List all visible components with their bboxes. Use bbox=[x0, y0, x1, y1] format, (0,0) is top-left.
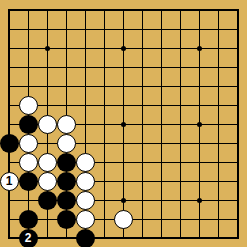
stone-black bbox=[0, 134, 19, 153]
grid-line-vertical bbox=[218, 9, 219, 239]
star-point bbox=[45, 46, 50, 51]
stone-white bbox=[76, 191, 95, 210]
stone-white bbox=[38, 172, 57, 191]
stone-black bbox=[19, 115, 38, 134]
stone-white bbox=[19, 134, 38, 153]
stone-move-number: 2 bbox=[25, 232, 32, 244]
grid-line-vertical bbox=[180, 9, 181, 239]
grid-line-vertical bbox=[237, 9, 239, 239]
grid-line-horizontal bbox=[8, 143, 239, 144]
stone-black bbox=[19, 210, 38, 229]
stone-white bbox=[38, 115, 57, 134]
stone-white bbox=[38, 153, 57, 172]
stone-white bbox=[19, 153, 38, 172]
stone-black bbox=[38, 191, 57, 210]
stone-black bbox=[19, 172, 38, 191]
stone-white bbox=[57, 115, 76, 134]
grid-line-vertical bbox=[142, 9, 143, 239]
star-point bbox=[121, 46, 126, 51]
star-point bbox=[197, 198, 202, 203]
star-point bbox=[197, 46, 202, 51]
stone-black bbox=[57, 210, 76, 229]
stone-black: 2 bbox=[19, 229, 38, 247]
stone-black bbox=[57, 191, 76, 210]
stone-white bbox=[76, 172, 95, 191]
stone-black bbox=[57, 153, 76, 172]
star-point bbox=[121, 198, 126, 203]
star-point bbox=[197, 122, 202, 127]
stone-white: 1 bbox=[0, 172, 19, 191]
star-point bbox=[121, 122, 126, 127]
stone-black bbox=[76, 229, 95, 247]
stone-white bbox=[57, 134, 76, 153]
stone-white bbox=[76, 153, 95, 172]
go-board[interactable]: 12 bbox=[0, 0, 247, 247]
stone-white bbox=[19, 96, 38, 115]
stone-white bbox=[114, 210, 133, 229]
stone-move-number: 1 bbox=[6, 175, 13, 187]
stone-black bbox=[57, 172, 76, 191]
grid-line-horizontal bbox=[8, 237, 239, 239]
grid-line-vertical bbox=[161, 9, 162, 239]
stone-white bbox=[76, 210, 95, 229]
